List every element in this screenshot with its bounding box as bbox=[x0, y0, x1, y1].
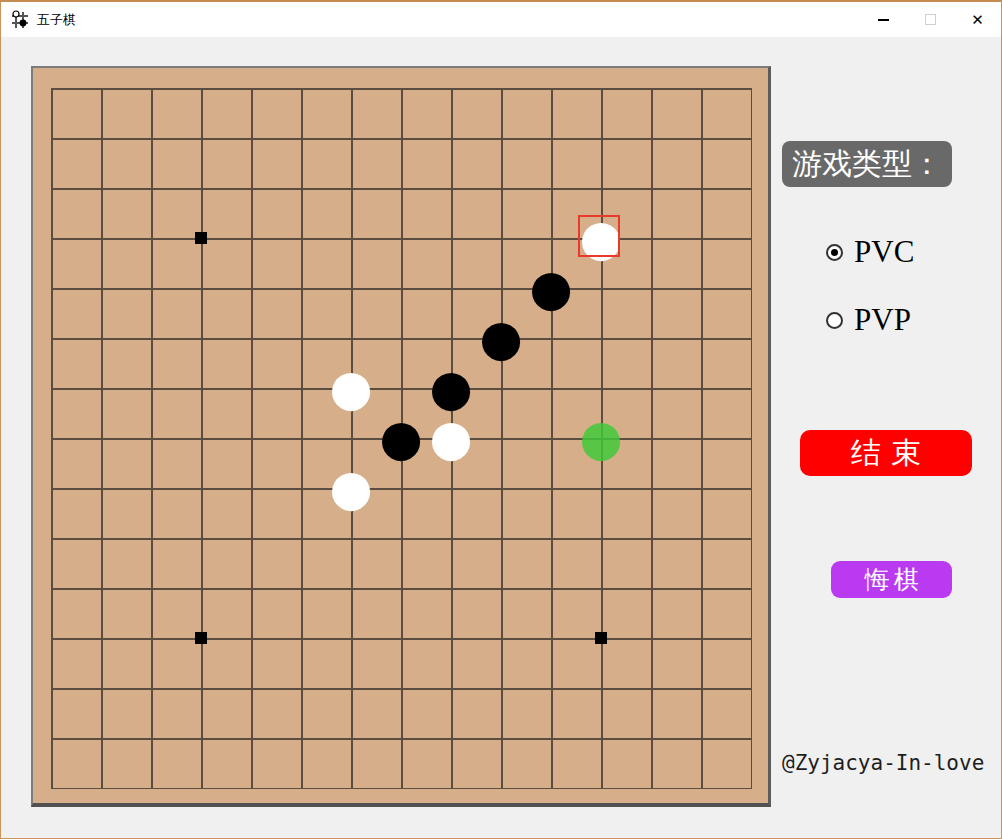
board-cell[interactable] bbox=[76, 413, 126, 463]
board-cell[interactable] bbox=[176, 713, 226, 763]
board-cell[interactable] bbox=[526, 113, 576, 163]
board-cell[interactable] bbox=[626, 163, 676, 213]
board-cell[interactable] bbox=[276, 763, 326, 813]
board-cell[interactable] bbox=[376, 513, 426, 563]
board-cell[interactable] bbox=[176, 463, 226, 513]
last-move-marker bbox=[578, 215, 620, 257]
board-cell[interactable] bbox=[626, 263, 676, 313]
board-cell[interactable] bbox=[526, 413, 576, 463]
board-cell[interactable] bbox=[76, 463, 126, 513]
board-cell[interactable] bbox=[476, 113, 526, 163]
board-cell[interactable] bbox=[376, 763, 426, 813]
board-cell[interactable] bbox=[726, 613, 776, 663]
board-cell[interactable] bbox=[326, 63, 376, 113]
board-cell[interactable] bbox=[426, 163, 476, 213]
board-stones-layer: ●●●●●●●●● bbox=[26, 63, 776, 813]
minimize-button[interactable] bbox=[860, 2, 907, 37]
board-cell[interactable] bbox=[326, 513, 376, 563]
board-cell[interactable] bbox=[76, 363, 126, 413]
board-cell[interactable] bbox=[126, 713, 176, 763]
undo-move-button[interactable]: 悔棋 bbox=[831, 561, 952, 598]
board-cell[interactable] bbox=[26, 163, 76, 213]
white-stone: ● bbox=[326, 363, 376, 413]
board-cell[interactable] bbox=[576, 613, 626, 663]
board-cell[interactable] bbox=[276, 63, 326, 113]
board-cell[interactable] bbox=[76, 163, 126, 213]
board-cell[interactable] bbox=[176, 63, 226, 113]
board-cell[interactable] bbox=[476, 163, 526, 213]
board-cell[interactable] bbox=[576, 113, 626, 163]
board-cell[interactable] bbox=[276, 113, 326, 163]
star-point bbox=[595, 632, 607, 644]
board-cell[interactable] bbox=[726, 213, 776, 263]
board-cell[interactable] bbox=[526, 563, 576, 613]
board-cell[interactable] bbox=[626, 63, 676, 113]
board-cell[interactable] bbox=[326, 613, 376, 663]
board-cell[interactable] bbox=[376, 113, 426, 163]
board-cell[interactable] bbox=[676, 563, 726, 613]
board-cell[interactable] bbox=[576, 663, 626, 713]
board-cell[interactable] bbox=[176, 763, 226, 813]
board-cell[interactable] bbox=[726, 413, 776, 463]
board-cell[interactable] bbox=[276, 413, 326, 463]
board-cell[interactable] bbox=[226, 763, 276, 813]
board-cell[interactable] bbox=[176, 113, 226, 163]
board-cell[interactable] bbox=[76, 113, 126, 163]
board-cell[interactable] bbox=[176, 563, 226, 613]
board-cell[interactable] bbox=[676, 363, 726, 413]
board-cell[interactable] bbox=[726, 363, 776, 413]
board-cell[interactable] bbox=[326, 263, 376, 313]
board-cell[interactable] bbox=[226, 313, 276, 363]
board-cell[interactable] bbox=[676, 713, 726, 763]
board-cell[interactable] bbox=[126, 213, 176, 263]
board-cell[interactable] bbox=[726, 113, 776, 163]
board-cell[interactable] bbox=[426, 713, 476, 763]
board-cell[interactable] bbox=[26, 463, 76, 513]
board-cell[interactable] bbox=[726, 463, 776, 513]
white-stone: ● bbox=[426, 413, 476, 463]
board-cell[interactable] bbox=[26, 413, 76, 463]
board-cell[interactable]: ● bbox=[576, 413, 626, 463]
board-cell[interactable] bbox=[176, 213, 226, 263]
board-cell[interactable] bbox=[526, 763, 576, 813]
board-cell[interactable] bbox=[126, 763, 176, 813]
board-cell[interactable] bbox=[126, 363, 176, 413]
board-cell[interactable] bbox=[476, 263, 526, 313]
close-icon: ✕ bbox=[971, 12, 984, 27]
board-cell[interactable]: ● bbox=[526, 263, 576, 313]
board-cell[interactable] bbox=[126, 313, 176, 363]
board-cell[interactable] bbox=[76, 213, 126, 263]
minimize-icon bbox=[878, 19, 889, 21]
board-cell[interactable] bbox=[326, 713, 376, 763]
board-cell[interactable] bbox=[26, 713, 76, 763]
board-cell[interactable] bbox=[126, 113, 176, 163]
board-cell[interactable] bbox=[476, 763, 526, 813]
board-cell[interactable] bbox=[576, 163, 626, 213]
board-cell[interactable] bbox=[576, 563, 626, 613]
board-cell[interactable] bbox=[76, 763, 126, 813]
board-cell[interactable] bbox=[526, 613, 576, 663]
board-cell[interactable] bbox=[576, 313, 626, 363]
board-cell[interactable] bbox=[126, 463, 176, 513]
board-cell[interactable] bbox=[126, 613, 176, 663]
board-cell[interactable] bbox=[226, 713, 276, 763]
board-cell[interactable] bbox=[276, 263, 326, 313]
board-cell[interactable] bbox=[426, 63, 476, 113]
window-title: 五子棋 bbox=[37, 11, 76, 29]
board-cell[interactable] bbox=[76, 313, 126, 363]
board-cell[interactable] bbox=[126, 513, 176, 563]
board-cell[interactable] bbox=[576, 463, 626, 513]
board-cell[interactable] bbox=[426, 563, 476, 613]
maximize-icon bbox=[925, 14, 936, 25]
board-cell[interactable] bbox=[726, 663, 776, 713]
board-cell[interactable] bbox=[176, 163, 226, 213]
board-cell[interactable]: ● bbox=[476, 313, 526, 363]
board-cell[interactable] bbox=[426, 613, 476, 663]
maximize-button bbox=[907, 2, 954, 37]
radio-pvc-label: PVC bbox=[854, 234, 914, 270]
board-cell[interactable] bbox=[476, 213, 526, 263]
board-cell[interactable] bbox=[276, 363, 326, 413]
board-cell[interactable] bbox=[376, 213, 426, 263]
board-cell[interactable] bbox=[176, 313, 226, 363]
board-cell[interactable] bbox=[526, 663, 576, 713]
board-cell[interactable] bbox=[76, 563, 126, 613]
board-cell[interactable] bbox=[326, 763, 376, 813]
board-cell[interactable] bbox=[226, 413, 276, 463]
star-point bbox=[195, 232, 207, 244]
board-cell[interactable] bbox=[626, 213, 676, 263]
board-cell[interactable] bbox=[226, 213, 276, 263]
board-cell[interactable] bbox=[76, 663, 126, 713]
board-cell[interactable] bbox=[276, 513, 326, 563]
radio-pvc-circle bbox=[826, 244, 843, 261]
board-cell[interactable] bbox=[276, 613, 326, 663]
board-cell[interactable] bbox=[376, 163, 426, 213]
board-cell[interactable] bbox=[126, 563, 176, 613]
board-cell[interactable] bbox=[76, 63, 126, 113]
board-cell[interactable]: ● bbox=[326, 463, 376, 513]
board-cell[interactable] bbox=[726, 713, 776, 763]
board-cell[interactable] bbox=[126, 413, 176, 463]
board-cell[interactable] bbox=[626, 313, 676, 363]
board-cell[interactable] bbox=[476, 463, 526, 513]
board-cell[interactable] bbox=[176, 613, 226, 663]
board-cell[interactable] bbox=[26, 213, 76, 263]
board-cell[interactable]: ● bbox=[326, 363, 376, 413]
board-cell[interactable] bbox=[276, 463, 326, 513]
board-cell[interactable] bbox=[676, 313, 726, 363]
board-cell[interactable] bbox=[676, 763, 726, 813]
board-cell[interactable] bbox=[626, 363, 676, 413]
board-cell[interactable] bbox=[126, 663, 176, 713]
board-cell[interactable] bbox=[426, 313, 476, 363]
green-marker-stone: ● bbox=[576, 413, 626, 463]
board-cell[interactable] bbox=[376, 363, 426, 413]
window-controls: ✕ bbox=[860, 2, 1001, 37]
board-cell[interactable] bbox=[26, 663, 76, 713]
board-cell[interactable] bbox=[426, 513, 476, 563]
board-cell[interactable] bbox=[26, 263, 76, 313]
board-cell[interactable] bbox=[726, 563, 776, 613]
board-cell[interactable]: ● bbox=[576, 213, 626, 263]
title-bar: 五子棋 ✕ bbox=[1, 2, 1001, 37]
board-cell[interactable] bbox=[526, 713, 576, 763]
board-cell[interactable] bbox=[126, 163, 176, 213]
board-cell[interactable] bbox=[226, 563, 276, 613]
board-cell[interactable] bbox=[526, 313, 576, 363]
board-cell[interactable] bbox=[676, 263, 726, 313]
board-cell[interactable] bbox=[576, 63, 626, 113]
board-cell[interactable] bbox=[626, 663, 676, 713]
board-cell[interactable] bbox=[376, 563, 426, 613]
board-cell[interactable] bbox=[426, 263, 476, 313]
board-cell[interactable] bbox=[676, 213, 726, 263]
board-cell[interactable] bbox=[526, 63, 576, 113]
radio-pvp-label: PVP bbox=[854, 302, 911, 338]
board-cell[interactable] bbox=[676, 413, 726, 463]
board-cell[interactable] bbox=[676, 113, 726, 163]
board-cell[interactable] bbox=[276, 713, 326, 763]
board-cell[interactable] bbox=[226, 263, 276, 313]
board-cell[interactable] bbox=[326, 413, 376, 463]
board-cell[interactable] bbox=[126, 263, 176, 313]
board-cell[interactable] bbox=[226, 113, 276, 163]
board-cell[interactable] bbox=[76, 713, 126, 763]
board-cell[interactable] bbox=[226, 463, 276, 513]
board-cell[interactable] bbox=[26, 363, 76, 413]
board-cell[interactable] bbox=[376, 63, 426, 113]
board-cell[interactable] bbox=[176, 413, 226, 463]
board-cell[interactable] bbox=[326, 663, 376, 713]
board-cell[interactable] bbox=[726, 763, 776, 813]
white-stone: ● bbox=[326, 463, 376, 513]
board-cell[interactable] bbox=[626, 413, 676, 463]
radio-pvp-circle bbox=[826, 312, 843, 329]
board-cell[interactable] bbox=[626, 463, 676, 513]
board-cell[interactable] bbox=[476, 613, 526, 663]
board-cell[interactable] bbox=[26, 63, 76, 113]
board-cell[interactable] bbox=[676, 463, 726, 513]
board-cell[interactable] bbox=[626, 713, 676, 763]
board-cell[interactable] bbox=[226, 163, 276, 213]
board-cell[interactable] bbox=[476, 663, 526, 713]
black-stone: ● bbox=[526, 263, 576, 313]
board-cell[interactable] bbox=[226, 663, 276, 713]
board-cell[interactable] bbox=[276, 163, 326, 213]
board-cell[interactable] bbox=[76, 613, 126, 663]
board-cell[interactable] bbox=[576, 513, 626, 563]
app-icon bbox=[11, 10, 30, 29]
board-cell[interactable] bbox=[226, 513, 276, 563]
board-cell[interactable] bbox=[426, 463, 476, 513]
board-cell[interactable] bbox=[26, 513, 76, 563]
board-cell[interactable] bbox=[526, 163, 576, 213]
board-cell[interactable] bbox=[626, 613, 676, 663]
board-cell[interactable] bbox=[476, 63, 526, 113]
board-cell[interactable] bbox=[226, 613, 276, 663]
board-cell[interactable] bbox=[626, 563, 676, 613]
end-game-button[interactable]: 结束 bbox=[800, 430, 972, 476]
board-cell[interactable] bbox=[376, 263, 426, 313]
board-cell[interactable] bbox=[326, 113, 376, 163]
board-cell[interactable] bbox=[676, 613, 726, 663]
board-cell[interactable] bbox=[426, 663, 476, 713]
board-cell[interactable] bbox=[726, 313, 776, 363]
board-cell[interactable] bbox=[476, 363, 526, 413]
board-cell[interactable] bbox=[226, 363, 276, 413]
board-cell[interactable] bbox=[726, 513, 776, 563]
app-window: 五子棋 ✕ ●●●●●●●●● 游戏类型： PVC PVP 结束 悔棋 @Zyj… bbox=[0, 0, 1002, 839]
board-cell[interactable] bbox=[676, 163, 726, 213]
board-cell[interactable] bbox=[676, 63, 726, 113]
black-stone: ● bbox=[426, 363, 476, 413]
board-cell[interactable] bbox=[576, 363, 626, 413]
board-cell[interactable] bbox=[26, 563, 76, 613]
board-cell[interactable] bbox=[426, 763, 476, 813]
board-cell[interactable] bbox=[476, 413, 526, 463]
board-cell[interactable] bbox=[26, 113, 76, 163]
board-cell[interactable] bbox=[476, 713, 526, 763]
radio-pvc[interactable]: PVC bbox=[826, 234, 914, 270]
board-cell[interactable] bbox=[576, 263, 626, 313]
board-cell[interactable]: ● bbox=[376, 413, 426, 463]
board-cell[interactable] bbox=[26, 313, 76, 363]
gomoku-board[interactable]: ●●●●●●●●● bbox=[31, 66, 771, 807]
board-cell[interactable] bbox=[176, 663, 226, 713]
board-cell[interactable] bbox=[676, 663, 726, 713]
board-cell[interactable] bbox=[376, 713, 426, 763]
board-cell[interactable]: ● bbox=[426, 363, 476, 413]
board-cell[interactable] bbox=[26, 613, 76, 663]
board-cell[interactable] bbox=[76, 513, 126, 563]
board-cell[interactable] bbox=[326, 213, 376, 263]
board-cell[interactable] bbox=[276, 663, 326, 713]
board-cell[interactable] bbox=[176, 363, 226, 413]
board-cell[interactable] bbox=[726, 263, 776, 313]
credit-watermark: @Zyjacya-In-love bbox=[782, 751, 982, 775]
board-cell[interactable] bbox=[526, 463, 576, 513]
board-cell[interactable] bbox=[376, 613, 426, 663]
board-cell[interactable] bbox=[376, 463, 426, 513]
board-cell[interactable] bbox=[276, 563, 326, 613]
board-cell[interactable] bbox=[76, 263, 126, 313]
game-type-label: 游戏类型： bbox=[782, 141, 952, 187]
board-cell[interactable] bbox=[626, 763, 676, 813]
board-cell[interactable] bbox=[726, 63, 776, 113]
board-cell[interactable] bbox=[526, 513, 576, 563]
board-cell[interactable] bbox=[726, 163, 776, 213]
board-cell[interactable] bbox=[176, 513, 226, 563]
board-cell[interactable] bbox=[276, 213, 326, 263]
board-cell[interactable] bbox=[226, 63, 276, 113]
board-cell[interactable] bbox=[376, 663, 426, 713]
board-cell[interactable]: ● bbox=[426, 413, 476, 463]
board-cell[interactable] bbox=[426, 213, 476, 263]
board-cell[interactable] bbox=[576, 713, 626, 763]
board-cell[interactable] bbox=[326, 313, 376, 363]
board-cell[interactable] bbox=[326, 163, 376, 213]
board-cell[interactable] bbox=[476, 563, 526, 613]
board-cell[interactable] bbox=[576, 763, 626, 813]
board-cell[interactable] bbox=[276, 313, 326, 363]
board-cell[interactable] bbox=[526, 363, 576, 413]
board-cell[interactable] bbox=[26, 763, 76, 813]
close-button[interactable]: ✕ bbox=[954, 2, 1001, 37]
radio-pvp[interactable]: PVP bbox=[826, 302, 911, 338]
board-cell[interactable] bbox=[676, 513, 726, 563]
black-stone: ● bbox=[476, 313, 526, 363]
board-cell[interactable] bbox=[476, 513, 526, 563]
board-cell[interactable] bbox=[326, 563, 376, 613]
board-cell[interactable] bbox=[176, 263, 226, 313]
board-cell[interactable] bbox=[126, 63, 176, 113]
black-stone: ● bbox=[376, 413, 426, 463]
board-cell[interactable] bbox=[526, 213, 576, 263]
board-cell[interactable] bbox=[376, 313, 426, 363]
board-cell[interactable] bbox=[426, 113, 476, 163]
board-cell[interactable] bbox=[626, 113, 676, 163]
client-area: ●●●●●●●●● 游戏类型： PVC PVP 结束 悔棋 @Zyjacya-I… bbox=[1, 37, 1001, 838]
board-cell[interactable] bbox=[626, 513, 676, 563]
star-point bbox=[195, 632, 207, 644]
